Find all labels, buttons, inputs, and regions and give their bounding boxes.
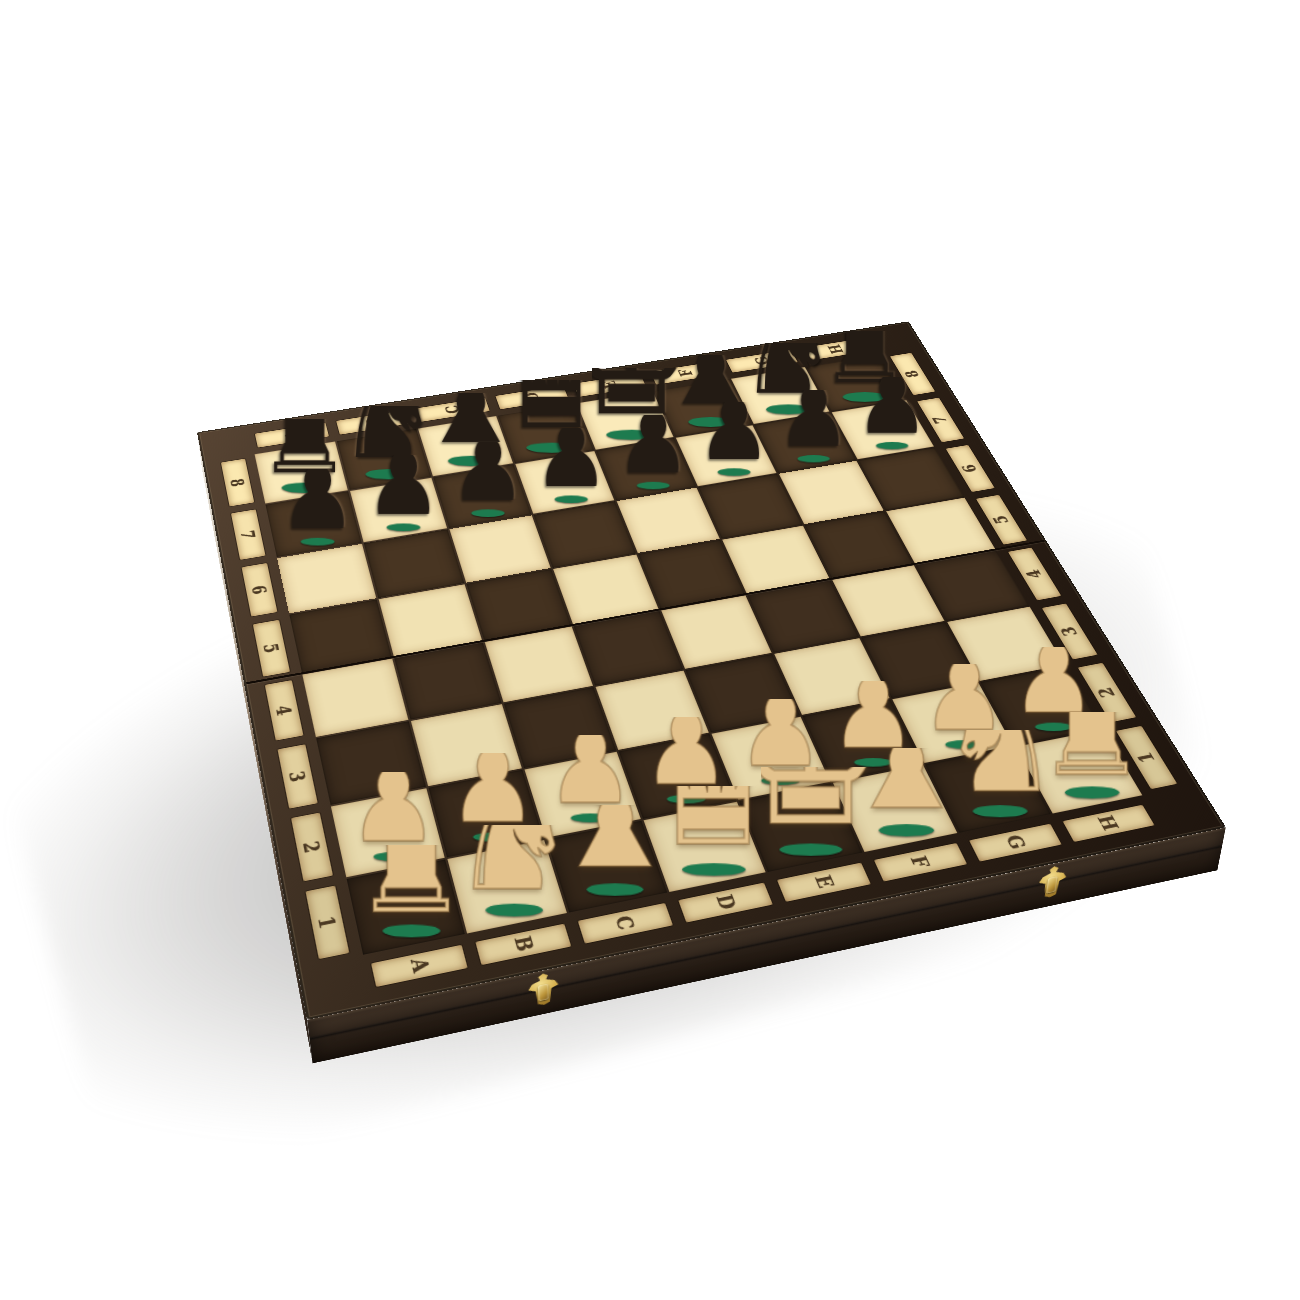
rank-label-text: 8 (902, 369, 922, 378)
label-plate: 1 (305, 886, 349, 959)
square-g3 (861, 622, 977, 698)
file-label-text: E (600, 380, 619, 390)
brass-clasp-right (1037, 863, 1068, 900)
felt-base (779, 843, 842, 855)
felt-base (879, 824, 934, 836)
felt-base (383, 924, 441, 937)
label-plate: 6 (946, 445, 995, 492)
label-plate: B (476, 924, 571, 966)
rank-label-text: 3 (286, 769, 309, 783)
finial-light (706, 285, 717, 307)
felt-base (688, 417, 733, 427)
scene: ABCDEFGH8♜♞♝♛♚♝♞♜87♟♟♟♟♟♟♟♟7665544332♟♟♟… (0, 0, 1300, 1300)
file-label-text: B (510, 935, 536, 954)
rank-label-text: 5 (990, 514, 1012, 525)
felt-base (637, 482, 670, 489)
file-label-text: C (612, 914, 638, 932)
label-plate: 2 (291, 813, 333, 881)
label-plate: D (679, 882, 773, 922)
rank-label-6-left: 6 (232, 558, 287, 621)
felt-base (945, 740, 983, 749)
file-label-text: G (752, 356, 772, 366)
label-plate: 4 (265, 680, 304, 740)
felt-base (606, 429, 657, 439)
label-plate: F (874, 843, 967, 882)
rank-label-text: 4 (1023, 568, 1045, 579)
felt-base (973, 805, 1028, 817)
felt-base (486, 903, 543, 916)
felt-base (843, 392, 887, 402)
file-label-text: H (826, 344, 847, 355)
rank-label-text: 8 (228, 477, 247, 487)
rank-label-4-right: 4 (998, 543, 1072, 605)
square-a1: ♜ (347, 859, 465, 954)
label-plate: G (969, 824, 1061, 862)
felt-base (682, 863, 746, 875)
rank-label-text: 2 (300, 839, 323, 854)
file-label-text: A (407, 957, 432, 975)
square-c6 (449, 515, 550, 582)
file-label-text: C (443, 404, 462, 414)
felt-base (766, 404, 811, 414)
rank-label-text: 6 (249, 584, 270, 596)
label-plate: A (371, 945, 467, 987)
label-plate: 8 (221, 459, 255, 507)
square-d5 (553, 555, 659, 625)
rank-label-text: 1 (1134, 750, 1159, 764)
felt-base (365, 469, 411, 479)
felt-base (448, 456, 494, 466)
file-label-text: B (363, 417, 382, 428)
chess-set-photo: ABCDEFGH8♜♞♝♛♚♝♞♜87♟♟♟♟♟♟♟♟7665544332♟♟♟… (0, 0, 1300, 1300)
finial-light (547, 291, 558, 313)
felt-base (1035, 722, 1072, 730)
frame-corner (310, 957, 370, 1008)
chessboard: ABCDEFGH8♜♞♝♛♚♝♞♜87♟♟♟♟♟♟♟♟7665544332♟♟♟… (197, 321, 1226, 1019)
file-label-text: D (522, 392, 542, 403)
felt-base (667, 794, 706, 803)
felt-base (373, 852, 413, 861)
felt-base (387, 523, 421, 531)
file-label-text: G (1002, 834, 1029, 851)
felt-base (571, 813, 610, 822)
file-label-g-near: G (960, 816, 1071, 870)
label-plate: 6 (241, 563, 277, 616)
felt-base (473, 832, 512, 841)
square-b3 (411, 704, 522, 786)
rank-label-text: 7 (930, 415, 950, 425)
label-plate: C (578, 903, 673, 944)
label-plate: 7 (231, 509, 266, 559)
rank-label-text: 4 (273, 703, 295, 716)
file-label-text: F (908, 854, 934, 869)
brass-clasp-left (528, 970, 559, 1008)
label-plate: 3 (1042, 604, 1098, 660)
label-plate: E (777, 863, 870, 902)
finial-light (627, 265, 638, 287)
felt-base (854, 758, 892, 767)
felt-base (471, 509, 504, 517)
rank-label-text: 1 (315, 914, 339, 930)
rank-label-7-left: 7 (222, 505, 275, 564)
felt-base (555, 495, 588, 503)
rank-label-5-right: 5 (966, 491, 1037, 549)
felt-base (718, 468, 751, 475)
square-b5 (379, 584, 483, 657)
rank-label-text: 3 (1058, 625, 1081, 637)
felt-base (797, 455, 829, 462)
rank-label-text: 7 (238, 529, 258, 540)
felt-base (761, 776, 799, 785)
file-label-text: A (282, 430, 301, 441)
file-label-text: F (677, 368, 696, 377)
felt-base (1065, 786, 1119, 798)
label-plate: 5 (253, 620, 290, 677)
rank-label-text: 6 (959, 463, 980, 473)
file-label-text: H (1095, 814, 1123, 832)
felt-base (301, 538, 335, 546)
label-plate: H (1063, 805, 1154, 842)
felt-base (526, 442, 577, 452)
felt-base (282, 482, 329, 492)
rank-label-text: 2 (1095, 686, 1119, 699)
finial-light (466, 321, 477, 343)
file-label-text: D (712, 893, 738, 911)
file-label-text: E (811, 874, 837, 890)
felt-base (876, 442, 908, 449)
rank-label-text: 5 (261, 642, 282, 654)
felt-base (587, 883, 644, 896)
label-plate: 3 (277, 744, 318, 808)
